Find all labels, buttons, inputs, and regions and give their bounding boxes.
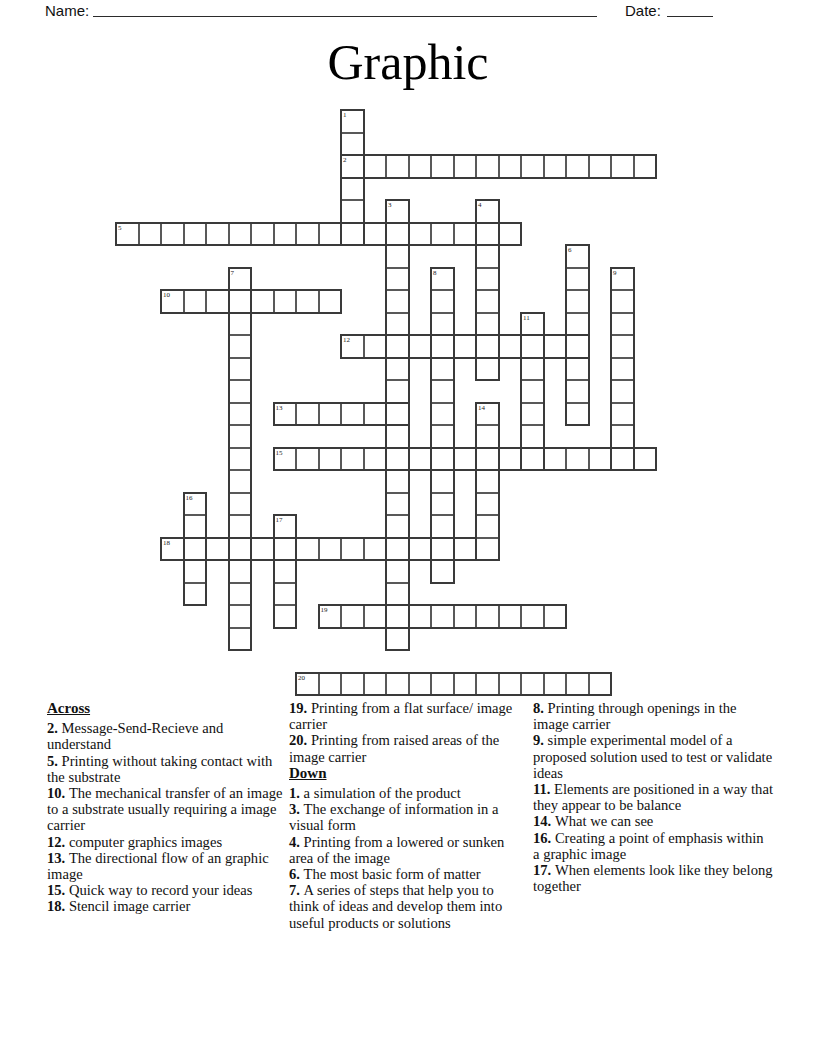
grid-cell-r18c3[interactable] xyxy=(184,515,207,538)
grid-cell-r16c16[interactable] xyxy=(476,470,499,493)
clue-down-6: 6. The most basic form of matter xyxy=(289,866,523,882)
grid-cell-r7c12[interactable] xyxy=(386,268,409,291)
grid-cell-r4c10[interactable] xyxy=(341,200,364,223)
grid-cell-r11c14[interactable] xyxy=(431,358,454,381)
grid-cell-r5c15[interactable] xyxy=(454,223,477,246)
grid-cell-r19c15[interactable] xyxy=(454,538,477,561)
grid-cell-r2c16[interactable] xyxy=(476,155,499,178)
clue-across-20: 20. Printing from raised areas of the im… xyxy=(289,732,523,764)
grid-cell-r13c12[interactable] xyxy=(386,403,409,426)
grid-cell-r16c14[interactable] xyxy=(431,470,454,493)
grid-cell-r22c13[interactable] xyxy=(409,605,432,628)
clue-down-1: 1. a simulation of the product xyxy=(289,785,523,801)
grid-cell-r19c7[interactable] xyxy=(274,538,297,561)
grid-cell-r19c4[interactable] xyxy=(206,538,229,561)
grid-cell-r10c15[interactable] xyxy=(454,335,477,358)
grid-cell-r25c11[interactable] xyxy=(364,673,387,696)
grid-cell-r12c14[interactable] xyxy=(431,380,454,403)
grid-cell-r3c10[interactable] xyxy=(341,178,364,201)
clue-down-3: 3. The exchange of information in a visu… xyxy=(289,801,523,833)
grid-cell-r15c12[interactable] xyxy=(386,448,409,471)
grid-cell-r7c16[interactable] xyxy=(476,268,499,291)
grid-cell-r7c20[interactable] xyxy=(566,268,589,291)
grid-cell-r7c5[interactable] xyxy=(229,268,252,291)
grid-cell-r11c18[interactable] xyxy=(521,358,544,381)
grid-cell-r8c16[interactable] xyxy=(476,290,499,313)
grid-cell-r23c12[interactable] xyxy=(386,628,409,651)
clue-down-7: 7. A series of steps that help you to th… xyxy=(289,882,523,931)
grid-cell-r19c14[interactable] xyxy=(431,538,454,561)
grid-cell-r5c3[interactable] xyxy=(184,223,207,246)
grid-cell-r20c12[interactable] xyxy=(386,560,409,583)
grid-cell-r5c13[interactable] xyxy=(409,223,432,246)
grid-cell-r13c22[interactable] xyxy=(611,403,634,426)
grid-cell-r5c5[interactable] xyxy=(229,223,252,246)
grid-cell-r15c14[interactable] xyxy=(431,448,454,471)
grid-cell-r11c22[interactable] xyxy=(611,358,634,381)
clue-across-10: 10. The mechanical transfer of an image … xyxy=(47,785,287,834)
grid-cell-r15c5[interactable] xyxy=(229,448,252,471)
grid-cell-r10c18[interactable] xyxy=(521,335,544,358)
grid-cell-r13c16[interactable] xyxy=(476,403,499,426)
grid-cell-r19c9[interactable] xyxy=(319,538,342,561)
grid-cell-r2c15[interactable] xyxy=(454,155,477,178)
clue-across-12: 12. computer graphics images xyxy=(47,834,287,850)
grid-cell-r12c5[interactable] xyxy=(229,380,252,403)
grid-cell-r25c13[interactable] xyxy=(409,673,432,696)
grid-cell-r11c16[interactable] xyxy=(476,358,499,381)
grid-cell-r8c7[interactable] xyxy=(274,290,297,313)
grid-cell-r13c14[interactable] xyxy=(431,403,454,426)
grid-cell-r8c3[interactable] xyxy=(184,290,207,313)
grid-cell-r6c16[interactable] xyxy=(476,245,499,268)
clue-down-11: 11. Elements are positioned in a way tha… xyxy=(533,781,773,813)
grid-cell-r14c22[interactable] xyxy=(611,425,634,448)
grid-cell-r15c18[interactable] xyxy=(521,448,544,471)
grid-cell-r22c5[interactable] xyxy=(229,605,252,628)
grid-cell-r2c19[interactable] xyxy=(544,155,567,178)
grid-cell-r9c18[interactable] xyxy=(521,313,544,336)
grid-cell-r14c12[interactable] xyxy=(386,425,409,448)
grid-cell-r25c19[interactable] xyxy=(544,673,567,696)
grid-cell-r13c7[interactable] xyxy=(274,403,297,426)
grid-cell-r2c22[interactable] xyxy=(611,155,634,178)
grid-cell-r10c14[interactable] xyxy=(431,335,454,358)
grid-cell-r11c20[interactable] xyxy=(566,358,589,381)
grid-cell-r2c23[interactable] xyxy=(634,155,657,178)
grid-cell-r9c22[interactable] xyxy=(611,313,634,336)
grid-cell-r19c3[interactable] xyxy=(184,538,207,561)
grid-cell-r8c6[interactable] xyxy=(251,290,274,313)
grid-cell-r21c3[interactable] xyxy=(184,583,207,606)
grid-cell-r6c20[interactable] xyxy=(566,245,589,268)
grid-cell-r5c6[interactable] xyxy=(251,223,274,246)
grid-cell-r2c13[interactable] xyxy=(409,155,432,178)
grid-cell-r25c15[interactable] xyxy=(454,673,477,696)
grid-cell-r25c16[interactable] xyxy=(476,673,499,696)
grid-cell-r8c4[interactable] xyxy=(206,290,229,313)
across-header: Across xyxy=(47,700,287,716)
grid-cell-r2c17[interactable] xyxy=(499,155,522,178)
grid-cell-r8c9[interactable] xyxy=(319,290,342,313)
grid-cell-r8c20[interactable] xyxy=(566,290,589,313)
grid-cell-r21c5[interactable] xyxy=(229,583,252,606)
grid-cell-r15c10[interactable] xyxy=(341,448,364,471)
grid-cell-r23c5[interactable] xyxy=(229,628,252,651)
grid-cell-r5c17[interactable] xyxy=(499,223,522,246)
clue-down-17: 17. When elements look like they belong … xyxy=(533,862,773,894)
grid-cell-r14c18[interactable] xyxy=(521,425,544,448)
clue-down-14: 14. What we can see xyxy=(533,813,773,829)
grid-cell-r15c11[interactable] xyxy=(364,448,387,471)
grid-cell-r7c22[interactable] xyxy=(611,268,634,291)
grid-cell-r5c7[interactable] xyxy=(274,223,297,246)
grid-cell-r21c12[interactable] xyxy=(386,583,409,606)
grid-cell-r2c11[interactable] xyxy=(364,155,387,178)
grid-cell-r19c6[interactable] xyxy=(251,538,274,561)
grid-cell-r15c9[interactable] xyxy=(319,448,342,471)
grid-cell-r15c21[interactable] xyxy=(589,448,612,471)
grid-cell-r5c16[interactable] xyxy=(476,223,499,246)
grid-cell-r17c3[interactable] xyxy=(184,493,207,516)
grid-cell-r12c22[interactable] xyxy=(611,380,634,403)
grid-cell-r22c11[interactable] xyxy=(364,605,387,628)
clues-column-down: 8. Printing through openings in the imag… xyxy=(533,700,773,894)
grid-cell-r25c9[interactable] xyxy=(319,673,342,696)
grid-cell-r15c8[interactable] xyxy=(296,448,319,471)
clue-down-9: 9. simple experimental model of a propos… xyxy=(533,732,773,781)
grid-cell-r15c23[interactable] xyxy=(634,448,657,471)
grid-cell-r17c5[interactable] xyxy=(229,493,252,516)
grid-cell-r5c8[interactable] xyxy=(296,223,319,246)
grid-cell-r8c22[interactable] xyxy=(611,290,634,313)
grid-cell-r10c12[interactable] xyxy=(386,335,409,358)
grid-cell-r10c22[interactable] xyxy=(611,335,634,358)
grid-cell-r21c7[interactable] xyxy=(274,583,297,606)
grid-cell-r25c14[interactable] xyxy=(431,673,454,696)
grid-cell-r19c16[interactable] xyxy=(476,538,499,561)
grid-cell-r16c5[interactable] xyxy=(229,470,252,493)
grid-cell-r22c7[interactable] xyxy=(274,605,297,628)
grid-cell-r13c18[interactable] xyxy=(521,403,544,426)
grid-cell-r8c14[interactable] xyxy=(431,290,454,313)
grid-cell-r5c10[interactable] xyxy=(341,223,364,246)
grid-cell-r13c9[interactable] xyxy=(319,403,342,426)
grid-cell-r18c14[interactable] xyxy=(431,515,454,538)
grid-cell-r2c14[interactable] xyxy=(431,155,454,178)
clue-down-8: 8. Printing through openings in the imag… xyxy=(533,700,773,732)
worksheet-page: Name: Date: Graphic 25101213151819201346… xyxy=(0,0,816,1056)
grid-cell-r8c2[interactable] xyxy=(161,290,184,313)
grid-cell-r18c12[interactable] xyxy=(386,515,409,538)
grid-cell-r20c5[interactable] xyxy=(229,560,252,583)
grid-cell-r14c14[interactable] xyxy=(431,425,454,448)
grid-cell-r6c12[interactable] xyxy=(386,245,409,268)
grid-cell-r22c15[interactable] xyxy=(454,605,477,628)
grid-cell-r15c13[interactable] xyxy=(409,448,432,471)
clue-across-19: 19. Printing from a flat surface/ image … xyxy=(289,700,523,732)
grid-cell-r13c20[interactable] xyxy=(566,403,589,426)
grid-cell-r4c16[interactable] xyxy=(476,200,499,223)
grid-cell-r17c12[interactable] xyxy=(386,493,409,516)
grid-cell-r15c15[interactable] xyxy=(454,448,477,471)
grid-cell-r11c5[interactable] xyxy=(229,358,252,381)
grid-cell-r19c5[interactable] xyxy=(229,538,252,561)
grid-cell-r22c14[interactable] xyxy=(431,605,454,628)
grid-cell-r25c20[interactable] xyxy=(566,673,589,696)
clue-across-5: 5. Printing without taking contact with … xyxy=(47,753,287,785)
clue-across-18: 18. Stencil image carrier xyxy=(47,898,287,914)
grid-cell-r9c5[interactable] xyxy=(229,313,252,336)
grid-cell-r22c17[interactable] xyxy=(499,605,522,628)
down-header: Down xyxy=(289,765,523,781)
grid-cell-r25c8[interactable] xyxy=(296,673,319,696)
grid-cell-r5c0[interactable] xyxy=(116,223,139,246)
grid-cell-r25c12[interactable] xyxy=(386,673,409,696)
grid-cell-r25c17[interactable] xyxy=(499,673,522,696)
grid-cell-r14c16[interactable] xyxy=(476,425,499,448)
grid-cell-r1c10[interactable] xyxy=(341,133,364,156)
grid-cell-r19c10[interactable] xyxy=(341,538,364,561)
grid-cell-r13c5[interactable] xyxy=(229,403,252,426)
grid-cell-r5c1[interactable] xyxy=(139,223,162,246)
grid-cell-r15c7[interactable] xyxy=(274,448,297,471)
grid-cell-r15c17[interactable] xyxy=(499,448,522,471)
clue-down-16: 16. Creating a point of emphasis within … xyxy=(533,830,773,862)
grid-cell-r9c16[interactable] xyxy=(476,313,499,336)
grid-cell-r25c18[interactable] xyxy=(521,673,544,696)
grid-cell-r2c20[interactable] xyxy=(566,155,589,178)
grid-cell-r13c10[interactable] xyxy=(341,403,364,426)
grid-cell-r2c10[interactable] xyxy=(341,155,364,178)
grid-cell-r22c12[interactable] xyxy=(386,605,409,628)
grid-cell-r9c20[interactable] xyxy=(566,313,589,336)
grid-cell-r7c14[interactable] xyxy=(431,268,454,291)
grid-cell-r10c16[interactable] xyxy=(476,335,499,358)
grid-cell-r0c10[interactable] xyxy=(341,110,364,133)
clue-down-4: 4. Printing from a lowered or sunken are… xyxy=(289,834,523,866)
grid-cell-r22c19[interactable] xyxy=(544,605,567,628)
grid-cell-r19c2[interactable] xyxy=(161,538,184,561)
grid-cell-r22c9[interactable] xyxy=(319,605,342,628)
grid-cell-r22c18[interactable] xyxy=(521,605,544,628)
grid-cell-r13c8[interactable] xyxy=(296,403,319,426)
clues-column-middle: 19. Printing from a flat surface/ image … xyxy=(289,700,523,931)
grid-cell-r19c12[interactable] xyxy=(386,538,409,561)
grid-cell-r15c16[interactable] xyxy=(476,448,499,471)
grid-cell-r15c20[interactable] xyxy=(566,448,589,471)
grid-cell-r11c12[interactable] xyxy=(386,358,409,381)
grid-cell-r2c12[interactable] xyxy=(386,155,409,178)
grid-cell-r22c16[interactable] xyxy=(476,605,499,628)
grid-cell-r10c10[interactable] xyxy=(341,335,364,358)
grid-cell-r4c12[interactable] xyxy=(386,200,409,223)
grid-cell-r8c12[interactable] xyxy=(386,290,409,313)
grid-cell-r12c20[interactable] xyxy=(566,380,589,403)
grid-cell-r2c21[interactable] xyxy=(589,155,612,178)
grid-cell-r2c18[interactable] xyxy=(521,155,544,178)
grid-cell-r5c9[interactable] xyxy=(319,223,342,246)
grid-cell-r20c14[interactable] xyxy=(431,560,454,583)
grid-cell-r18c5[interactable] xyxy=(229,515,252,538)
grid-cell-r8c5[interactable] xyxy=(229,290,252,313)
grid-cell-r18c7[interactable] xyxy=(274,515,297,538)
grid-cell-r9c12[interactable] xyxy=(386,313,409,336)
clue-across-13: 13. The directional flow of an graphic i… xyxy=(47,850,287,882)
grid-cell-r5c11[interactable] xyxy=(364,223,387,246)
grid-cell-r20c3[interactable] xyxy=(184,560,207,583)
grid-cell-r10c19[interactable] xyxy=(544,335,567,358)
grid-cell-r10c20[interactable] xyxy=(566,335,589,358)
grid-cell-r10c13[interactable] xyxy=(409,335,432,358)
clue-across-15: 15. Quick way to record your ideas xyxy=(47,882,287,898)
grid-cell-r8c8[interactable] xyxy=(296,290,319,313)
clues-column-across: Across2. Message-Send-Recieve and unders… xyxy=(47,700,287,915)
grid-cell-r19c11[interactable] xyxy=(364,538,387,561)
grid-cell-r25c21[interactable] xyxy=(589,673,612,696)
grid-cell-r5c14[interactable] xyxy=(431,223,454,246)
grid-cell-r5c2[interactable] xyxy=(161,223,184,246)
grid-cell-r15c19[interactable] xyxy=(544,448,567,471)
grid-cell-r18c16[interactable] xyxy=(476,515,499,538)
grid-cell-r19c13[interactable] xyxy=(409,538,432,561)
grid-cell-r16c12[interactable] xyxy=(386,470,409,493)
grid-cell-r19c8[interactable] xyxy=(296,538,319,561)
grid-cell-r5c4[interactable] xyxy=(206,223,229,246)
grid-cell-r10c11[interactable] xyxy=(364,335,387,358)
grid-cell-r25c10[interactable] xyxy=(341,673,364,696)
clue-across-2: 2. Message-Send-Recieve and understand xyxy=(47,720,287,752)
grid-cell-r20c7[interactable] xyxy=(274,560,297,583)
grid-cell-r22c10[interactable] xyxy=(341,605,364,628)
grid-cell-r15c22[interactable] xyxy=(611,448,634,471)
grid-cell-r9c14[interactable] xyxy=(431,313,454,336)
grid-cell-r17c14[interactable] xyxy=(431,493,454,516)
grid-cell-r13c11[interactable] xyxy=(364,403,387,426)
grid-cell-r14c5[interactable] xyxy=(229,425,252,448)
grid-cell-r12c12[interactable] xyxy=(386,380,409,403)
grid-cell-r10c5[interactable] xyxy=(229,335,252,358)
grid-cell-r17c16[interactable] xyxy=(476,493,499,516)
grid-cell-r12c18[interactable] xyxy=(521,380,544,403)
grid-cell-r5c12[interactable] xyxy=(386,223,409,246)
grid-cell-r10c17[interactable] xyxy=(499,335,522,358)
